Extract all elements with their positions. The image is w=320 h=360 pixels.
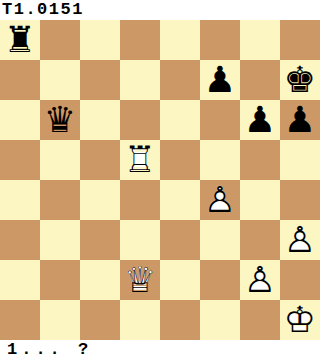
square-c8[interactable] [80,20,120,60]
piece-outline: ♙ [240,260,280,300]
square-c4[interactable] [80,180,120,220]
piece-glyph: ♟ [200,60,240,100]
square-c5[interactable] [80,140,120,180]
square-d4[interactable] [120,180,160,220]
square-h6[interactable]: ♟ [280,100,320,140]
square-h4[interactable] [280,180,320,220]
square-d6[interactable] [120,100,160,140]
square-e2[interactable] [160,260,200,300]
square-g7[interactable] [240,60,280,100]
square-e6[interactable] [160,100,200,140]
square-d2[interactable]: ♛♕ [120,260,160,300]
square-f5[interactable] [200,140,240,180]
square-g1[interactable] [240,300,280,340]
square-f4[interactable]: ♟♙ [200,180,240,220]
square-h2[interactable] [280,260,320,300]
square-f3[interactable] [200,220,240,260]
black-rook: ♜ [0,20,40,60]
square-d5[interactable]: ♜♖ [120,140,160,180]
square-e1[interactable] [160,300,200,340]
square-c2[interactable] [80,260,120,300]
square-a2[interactable] [0,260,40,300]
square-c7[interactable] [80,60,120,100]
square-e7[interactable] [160,60,200,100]
square-f2[interactable] [200,260,240,300]
piece-glyph: ♟ [240,100,280,140]
square-g5[interactable] [240,140,280,180]
square-c3[interactable] [80,220,120,260]
piece-outline: ♕ [120,260,160,300]
square-e5[interactable] [160,140,200,180]
square-d7[interactable] [120,60,160,100]
white-pawn: ♟♙ [240,260,280,300]
square-h7[interactable]: ♚ [280,60,320,100]
move-prompt: 1... ? [0,340,320,360]
square-f8[interactable] [200,20,240,60]
piece-glyph: ♜ [0,20,40,60]
black-pawn: ♟ [240,100,280,140]
piece-outline: ♙ [280,220,320,260]
puzzle-id: T1.0151 [0,0,320,20]
square-a4[interactable] [0,180,40,220]
square-a3[interactable] [0,220,40,260]
piece-outline: ♙ [200,180,240,220]
black-queen: ♛ [40,100,80,140]
square-g4[interactable] [240,180,280,220]
square-a7[interactable] [0,60,40,100]
square-a8[interactable]: ♜ [0,20,40,60]
square-c6[interactable] [80,100,120,140]
white-king: ♚♔ [280,300,320,340]
white-pawn: ♟♙ [280,220,320,260]
piece-glyph: ♛ [40,100,80,140]
black-pawn: ♟ [280,100,320,140]
square-b3[interactable] [40,220,80,260]
square-b7[interactable] [40,60,80,100]
square-e8[interactable] [160,20,200,60]
square-b1[interactable] [40,300,80,340]
square-b8[interactable] [40,20,80,60]
square-f1[interactable] [200,300,240,340]
square-b6[interactable]: ♛ [40,100,80,140]
square-e4[interactable] [160,180,200,220]
square-d1[interactable] [120,300,160,340]
chess-puzzle-window: T1.0151 ♜♟♚♛♟♟♜♖♟♙♟♙♛♕♟♙♚♔ 1... ? [0,0,320,360]
square-h1[interactable]: ♚♔ [280,300,320,340]
square-e3[interactable] [160,220,200,260]
chess-board: ♜♟♚♛♟♟♜♖♟♙♟♙♛♕♟♙♚♔ [0,20,320,340]
square-g3[interactable] [240,220,280,260]
white-rook: ♜♖ [120,140,160,180]
square-a1[interactable] [0,300,40,340]
square-f6[interactable] [200,100,240,140]
square-g8[interactable] [240,20,280,60]
piece-glyph: ♚ [280,60,320,100]
square-b5[interactable] [40,140,80,180]
square-b2[interactable] [40,260,80,300]
piece-glyph: ♟ [280,100,320,140]
square-h3[interactable]: ♟♙ [280,220,320,260]
white-pawn: ♟♙ [200,180,240,220]
square-f7[interactable]: ♟ [200,60,240,100]
square-h5[interactable] [280,140,320,180]
square-b4[interactable] [40,180,80,220]
piece-outline: ♔ [280,300,320,340]
square-d8[interactable] [120,20,160,60]
black-pawn: ♟ [200,60,240,100]
black-king: ♚ [280,60,320,100]
square-a5[interactable] [0,140,40,180]
square-g6[interactable]: ♟ [240,100,280,140]
square-h8[interactable] [280,20,320,60]
square-d3[interactable] [120,220,160,260]
square-c1[interactable] [80,300,120,340]
piece-outline: ♖ [120,140,160,180]
white-queen: ♛♕ [120,260,160,300]
square-g2[interactable]: ♟♙ [240,260,280,300]
square-a6[interactable] [0,100,40,140]
